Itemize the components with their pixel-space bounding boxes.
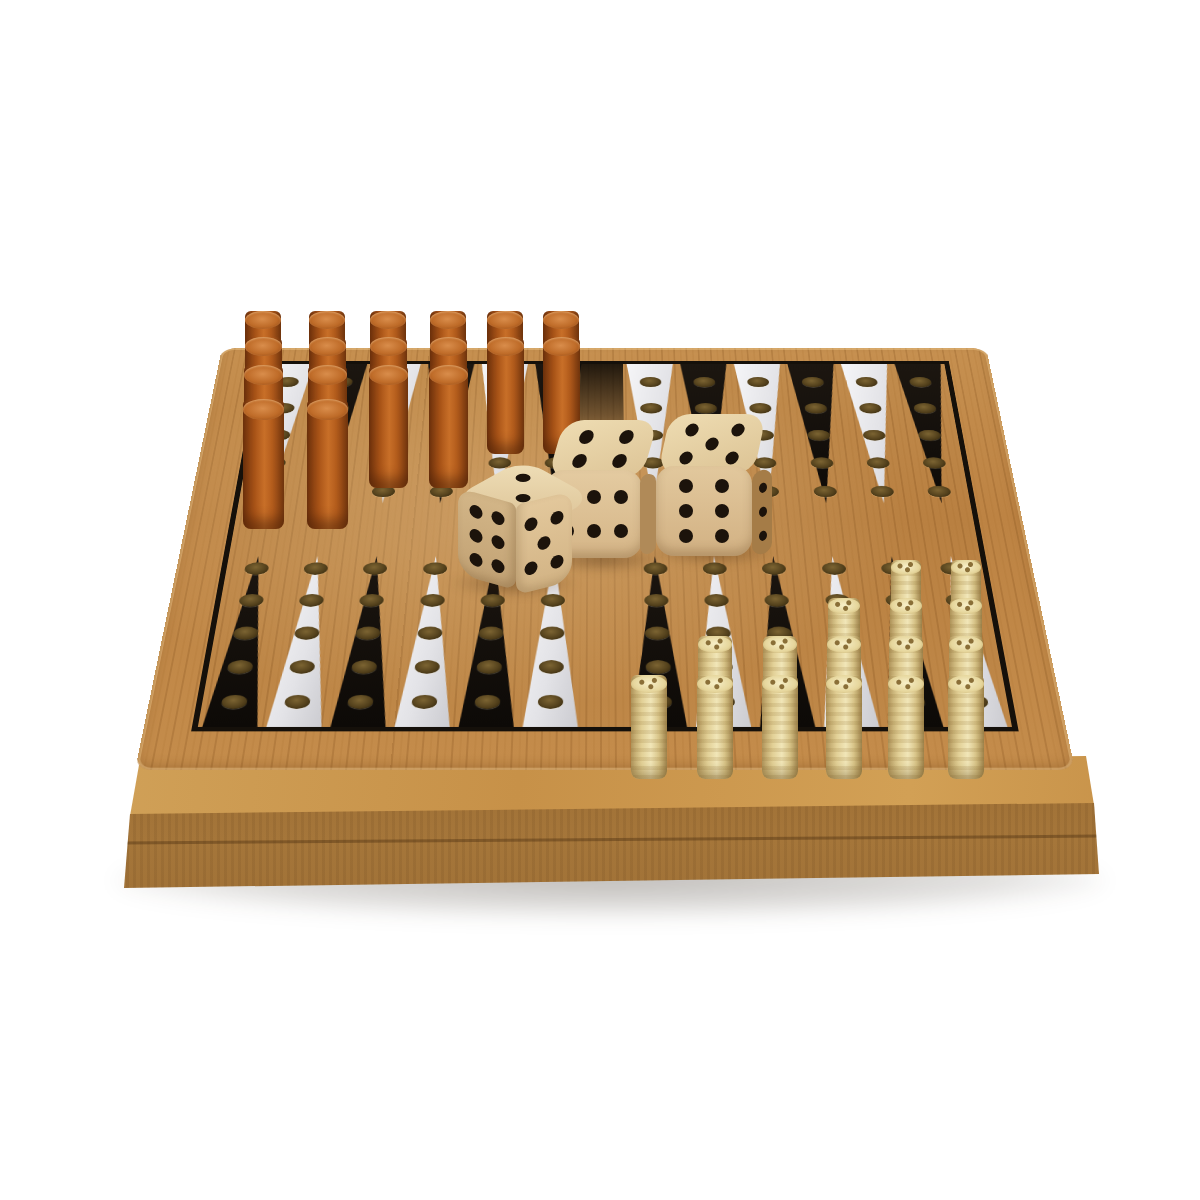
- peg-hole: [866, 457, 890, 468]
- peg-hole: [764, 594, 789, 607]
- peg-hole: [813, 486, 837, 497]
- peg-hole: [375, 457, 399, 468]
- peg-hole: [257, 486, 282, 497]
- peg-hole: [699, 486, 722, 497]
- peg-hole: [821, 562, 846, 574]
- board-right-half: [623, 364, 1012, 727]
- board-surface: [135, 348, 1075, 770]
- peg-hole: [542, 562, 566, 574]
- peg-hole: [697, 457, 720, 468]
- peg-hole: [262, 457, 286, 468]
- peg-hole: [487, 486, 510, 497]
- top-row-left: [238, 364, 585, 506]
- peg-hole: [544, 486, 567, 497]
- peg-hole: [359, 594, 384, 607]
- peg-hole: [303, 562, 328, 574]
- peg-hole: [299, 594, 325, 607]
- peg-hole: [432, 457, 455, 468]
- product-photo: [0, 0, 1200, 1200]
- peg-hole: [862, 430, 886, 441]
- peg-hole: [429, 486, 453, 497]
- point-bottom-5: [454, 553, 525, 727]
- peg-hole: [762, 562, 787, 574]
- peg-hole: [918, 430, 942, 441]
- bottom-row-left: [198, 553, 584, 727]
- peg-hole: [881, 562, 906, 574]
- point-top-7: [623, 364, 682, 506]
- peg-hole: [696, 430, 719, 441]
- peg-hole: [940, 562, 966, 574]
- peg-hole: [801, 377, 824, 387]
- peg-hole: [645, 627, 670, 640]
- peg-hole: [646, 695, 672, 709]
- peg-hole: [870, 486, 894, 497]
- peg-hole: [695, 403, 717, 414]
- peg-hole: [859, 403, 882, 414]
- peg-hole: [642, 486, 665, 497]
- peg-hole: [885, 594, 911, 607]
- peg-hole: [804, 403, 827, 414]
- peg-hole: [238, 594, 264, 607]
- peg-hole: [703, 562, 727, 574]
- peg-hole: [545, 457, 568, 468]
- peg-hole: [643, 562, 667, 574]
- peg-hole: [641, 457, 664, 468]
- playing-field: [191, 361, 1019, 731]
- board-left-half: [198, 364, 585, 727]
- peg-hole: [704, 594, 729, 607]
- peg-hole: [314, 486, 338, 497]
- peg-hole: [945, 594, 971, 607]
- peg-hole: [488, 457, 511, 468]
- peg-hole: [645, 660, 670, 674]
- center-bar: [579, 364, 624, 458]
- peg-hole: [640, 430, 662, 441]
- peg-hole: [640, 403, 662, 414]
- peg-hole: [420, 594, 445, 607]
- peg-hole: [709, 695, 735, 709]
- peg-hole: [372, 486, 396, 497]
- peg-hole: [318, 457, 342, 468]
- peg-hole: [243, 562, 269, 574]
- point-top-5: [469, 364, 532, 506]
- peg-hole: [754, 457, 777, 468]
- peg-hole: [807, 430, 830, 441]
- bottom-row-right: [625, 553, 1012, 727]
- peg-hole: [810, 457, 834, 468]
- peg-hole: [422, 562, 447, 574]
- peg-hole: [825, 594, 850, 607]
- peg-hole: [693, 377, 715, 387]
- point-bottom-7: [625, 553, 691, 727]
- peg-hole: [644, 594, 668, 607]
- peg-hole: [707, 660, 733, 674]
- peg-hole: [855, 377, 878, 387]
- point-top-6: [526, 364, 585, 506]
- point-top-8: [677, 364, 741, 506]
- peg-hole: [922, 457, 946, 468]
- peg-hole: [480, 594, 505, 607]
- peg-hole: [913, 403, 937, 414]
- peg-hole: [927, 486, 952, 497]
- backgammon-board: [0, 0, 1200, 1200]
- top-row-right: [623, 364, 971, 506]
- peg-hole: [756, 486, 780, 497]
- peg-hole: [541, 594, 565, 607]
- peg-hole: [639, 377, 661, 387]
- peg-hole: [706, 627, 731, 640]
- point-bottom-6: [518, 553, 583, 727]
- peg-hole: [482, 562, 506, 574]
- peg-hole: [909, 377, 932, 387]
- peg-hole: [363, 562, 388, 574]
